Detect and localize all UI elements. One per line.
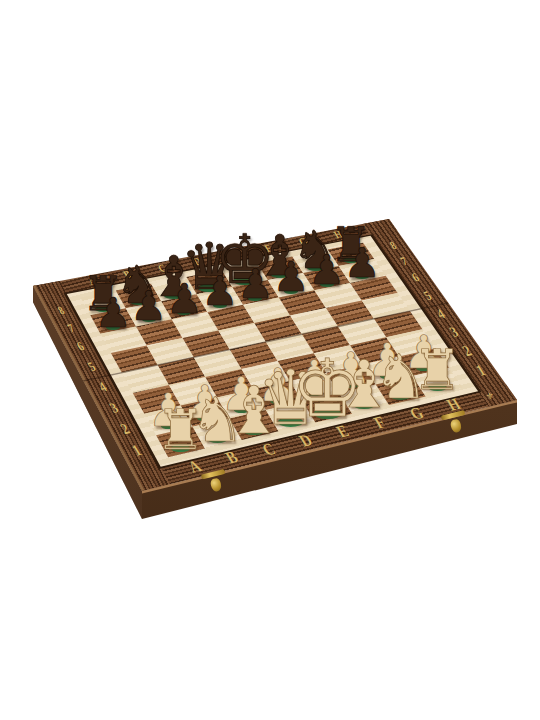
piece-glyph: ♟ [95, 293, 132, 334]
piece-glyph: ♟ [130, 286, 167, 327]
piece-glyph: ♟ [344, 243, 381, 284]
piece-glyph: ♟ [237, 265, 274, 306]
piece-glyph: ♜ [413, 343, 462, 398]
piece-glyph: ♟ [202, 272, 239, 313]
piece-glyph: ♟ [166, 279, 203, 320]
piece-glyph: ♟ [308, 250, 345, 291]
product-photo: AABBCCDDEEFFGGHH8877665544332211⚜♜♞♝♛♚♝♞… [0, 0, 540, 720]
chess-set-scene: AABBCCDDEEFFGGHH8877665544332211⚜♜♞♝♛♚♝♞… [0, 0, 540, 720]
piece-glyph: ♟ [273, 257, 310, 298]
